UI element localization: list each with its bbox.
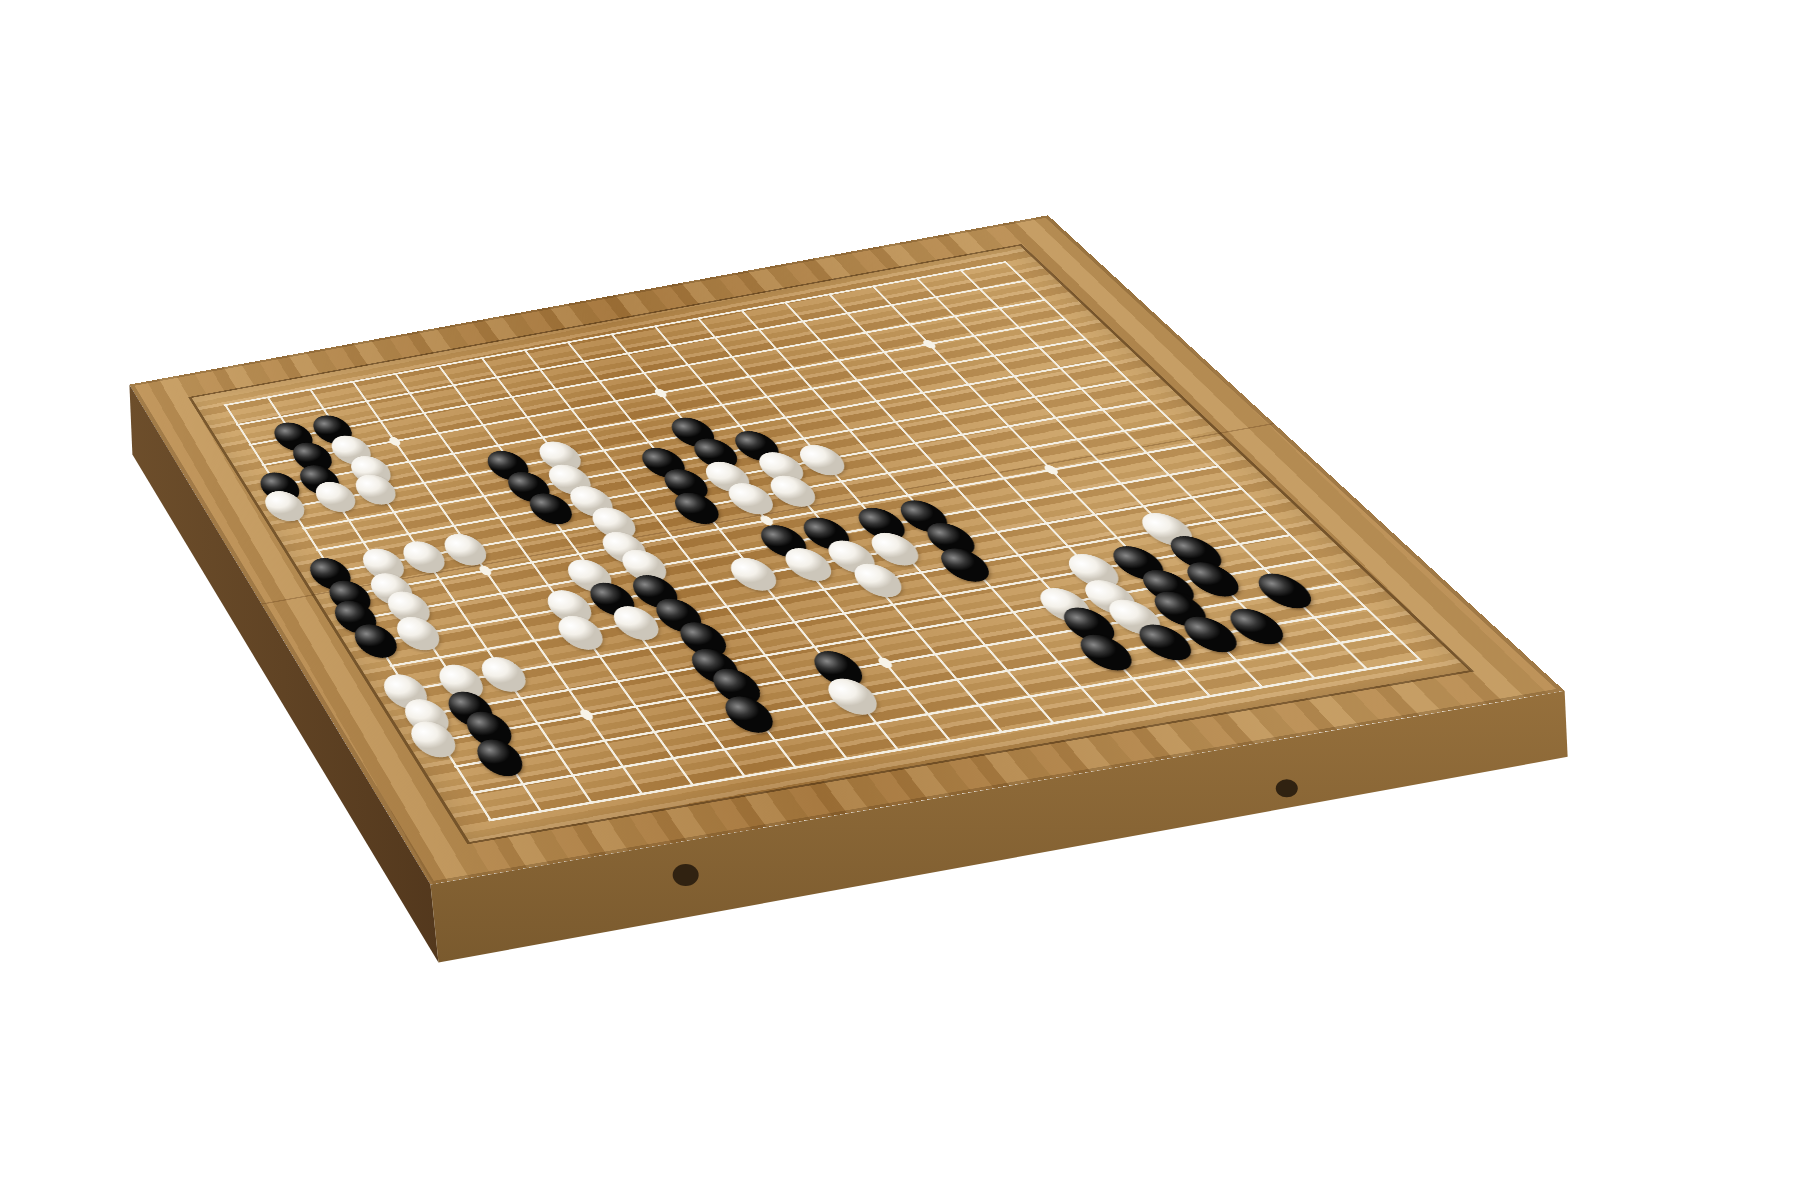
front-notch-hole — [1276, 779, 1298, 797]
go-board-scene — [0, 0, 1805, 1200]
front-notch-hole — [673, 864, 699, 886]
